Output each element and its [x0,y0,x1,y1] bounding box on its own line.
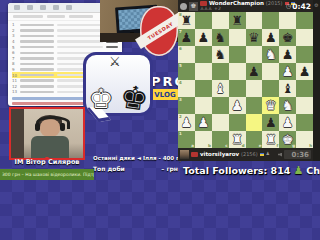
square-h4[interactable] [296,80,313,97]
square-g5[interactable]: ♟ [279,63,296,80]
tuesday-logo: TUESDAY [140,6,178,56]
row-name-bar [20,40,54,43]
square-e5[interactable]: ♟ [246,63,263,80]
settings-gear-icon[interactable]: ⚙ [314,2,318,8]
footer-line [12,97,86,100]
square-a4[interactable]: 4 [178,80,195,97]
square-d5[interactable] [229,63,246,80]
square-a7[interactable]: 7♟ [178,29,195,46]
sound-icon[interactable] [278,153,282,157]
square-c5[interactable] [212,63,229,80]
square-h8[interactable] [296,12,313,29]
top-of-day-label: Топ доби [93,165,125,172]
headphone-ear-left [35,123,40,131]
top-player-rating: (2015) [266,1,283,6]
square-c7[interactable]: ♞ [212,29,229,46]
row-mid-bar [57,35,103,38]
square-g6[interactable]: ♟ [279,46,296,63]
row-number: 13 [12,89,17,94]
bottom-player-avatar[interactable] [180,150,189,159]
piece-black-pawn[interactable]: ♟ [248,65,260,78]
rank-label: 5 [179,64,182,68]
row-name-bar [20,63,54,66]
row-mid-bar [57,40,103,43]
row-name-bar [20,52,54,55]
piece-black-pawn[interactable]: ♟ [299,65,311,78]
row-mid-bar [57,29,103,32]
row-number: 12 [12,84,17,89]
piece-white-pawn[interactable]: ♟ [231,99,243,112]
square-g2[interactable]: ♟ [279,114,296,131]
square-b2[interactable]: ♟ [195,114,212,131]
square-f4[interactable] [262,80,279,97]
square-d3[interactable]: ♟ [229,97,246,114]
piece-black-pawn[interactable]: ♟ [282,48,294,61]
piece-black-knight[interactable]: ♞ [214,31,226,44]
square-h3[interactable] [296,97,313,114]
title-badge [191,152,198,157]
row-score-bar [106,46,118,49]
square-e7[interactable]: ♛ [246,29,263,46]
top-player-avatar[interactable]: ♚ [189,2,198,11]
donation-ticker: 300 грн – На шахові відеоролики. Підтрим… [0,169,94,180]
square-h7[interactable] [296,29,313,46]
file-label: a [191,144,194,148]
last-donations-label: Останні дяки ◄ [93,155,141,161]
followers-count: Total Followers: 814 [183,165,290,176]
rank-label: 4 [179,81,182,85]
row-number: 4 [12,39,17,44]
bottom-player-clock: 0:36 [292,151,309,159]
vlog-badge: VLOG [151,89,179,100]
bottom-player-name: vitorsilyarov [200,152,239,158]
square-c1[interactable]: c [212,131,229,148]
row-name-bar [20,68,54,71]
toolbar-bar [47,15,65,18]
square-h1[interactable]: h [296,131,313,148]
timer-icon: ◷ [286,3,291,9]
wardrobe [11,109,24,158]
piece-white-rook[interactable]: ♜ [265,133,277,146]
square-b4[interactable] [195,80,212,97]
browser-tab[interactable] [53,5,59,10]
followers-bar: Total Followers: 814 ♟ Chess.com [183,161,320,180]
square-d1[interactable]: d♜ [229,131,246,148]
captured-pieces: ♙♙♙ [200,7,212,12]
square-g4[interactable]: ♝ [279,80,296,97]
top-player-clock: 0:42 [292,2,311,11]
row-name-bar [20,46,54,49]
square-b3[interactable] [195,97,212,114]
square-d6[interactable] [229,46,246,63]
piece-black-pawn[interactable]: ♟ [197,31,209,44]
square-f2[interactable]: ♟ [262,114,279,131]
square-b1[interactable]: b [195,131,212,148]
file-label: g [292,144,295,148]
row-number: 8 [12,61,17,66]
square-a3[interactable]: 3 [178,97,195,114]
file-label: d [242,144,245,148]
row-number: 2 [12,28,17,33]
piece-black-pawn[interactable]: ♟ [265,116,277,129]
file-label: c [225,144,227,148]
piece-white-pawn[interactable]: ♟ [181,116,193,129]
piece-white-bishop[interactable]: ♝ [214,82,226,95]
bottom-player-rating: (2156) [241,152,258,157]
square-g1[interactable]: g♚ [279,131,296,148]
square-h5[interactable]: ♟ [296,63,313,80]
square-h2[interactable] [296,114,313,131]
file-label: h [309,144,312,148]
bottom-player-bar: vitorsilyarov (2156) ♟ 0:36 [178,148,313,161]
square-f7[interactable]: ♟ [262,29,279,46]
chesscom-pawn-icon: ♟ [293,165,303,176]
piece-white-pawn[interactable]: ♟ [282,116,294,129]
rank-label: 2 [179,115,182,119]
row-number: 9 [12,67,17,72]
square-h6[interactable] [296,46,313,63]
streamer-name-label: ІМ Вітор Силяров [9,158,85,166]
square-b8[interactable] [195,12,212,29]
piece-black-rook[interactable]: ♜ [181,14,193,27]
browser-tab[interactable] [14,5,20,10]
captured-pieces: ♟ [266,152,270,157]
rank-label: 3 [179,98,182,102]
title-badge [200,1,207,6]
square-b7[interactable]: ♟ [195,29,212,46]
piece-black-pawn[interactable]: ♟ [181,31,193,44]
black-king-icon: ♚ [118,80,151,116]
streamer-torso [31,136,69,160]
square-f6[interactable]: ♞ [262,46,279,63]
material-advantage: +2 [214,7,221,12]
row-mid-bar [57,46,103,49]
square-g7[interactable]: ♚ [279,29,296,46]
webcam-video [9,107,85,160]
row-name-bar [20,91,54,94]
square-a8[interactable]: 8♜ [178,12,195,29]
square-e1[interactable]: e [246,131,263,148]
row-number: 7 [12,56,17,61]
square-a2[interactable]: 2♟ [178,114,195,131]
row-number: 3 [12,33,17,38]
rank-label: 8 [179,13,182,17]
square-f1[interactable]: f♜ [262,131,279,148]
crossed-swords-icon: ⚔ [109,54,121,69]
square-c3[interactable] [212,97,229,114]
headphone-ear-right [60,123,65,131]
row-name-bar [20,74,54,77]
square-e3[interactable] [246,97,263,114]
piece-black-king[interactable]: ♚ [282,31,294,44]
square-a6[interactable]: 6 [178,46,195,63]
square-g3[interactable]: ♞ [279,97,296,114]
file-label: e [259,144,262,148]
row-number: 10 [12,73,17,78]
rank-label: 6 [179,47,182,51]
square-d2[interactable] [229,114,246,131]
file-label: b [208,144,211,148]
row-name-bar [20,29,54,32]
square-f5[interactable] [262,63,279,80]
row-name-bar [20,85,54,88]
chess-vlog-logo: ♚ ♚ ⚔ [83,52,153,116]
square-f3[interactable]: ♛ [262,97,279,114]
white-king-icon: ♚ [89,85,113,112]
square-c6[interactable]: ♞ [212,46,229,63]
square-a5[interactable]: 5 [178,63,195,80]
square-e6[interactable] [246,46,263,63]
chess-app: ♚ WonderChampion (2015) ♙♙♙ +2 ◷ 0:42 8♜… [178,0,320,161]
square-a1[interactable]: 1a [178,131,195,148]
toolbar-bar [13,15,43,18]
toolbar-bar [69,15,93,18]
donations-panel: Останні дяки ◄ Ілля - 400 грн Топ доби –… [93,155,178,172]
piece-black-pawn[interactable]: ♟ [265,31,277,44]
rank-label: 7 [179,30,182,34]
square-e2[interactable] [246,114,263,131]
top-of-day-value: – грн [161,165,178,172]
row-name-bar [20,35,54,38]
row-number: 1 [12,22,17,27]
square-e8[interactable] [246,12,263,29]
back-icon[interactable] [180,3,187,10]
rank-label: 1 [179,132,182,136]
square-c8[interactable] [212,12,229,29]
browser-tab[interactable] [40,5,46,10]
browser-tab[interactable] [27,5,33,10]
chesscom-logo-text: Chess [306,165,320,176]
bottom-player-clock-box: 0:36 [284,150,311,159]
piece-black-knight[interactable]: ♞ [214,48,226,61]
piece-white-queen[interactable]: ♛ [265,99,277,112]
piece-black-rook[interactable]: ♜ [231,14,243,27]
row-mid-bar [57,24,103,27]
app-side-strip [313,0,320,161]
row-number: 6 [12,50,17,55]
square-d4[interactable] [229,80,246,97]
row-number: 5 [12,45,17,50]
browser-tab[interactable] [66,5,72,10]
piece-white-pawn[interactable]: ♟ [282,65,294,78]
square-b6[interactable] [195,46,212,63]
file-label: f [277,144,279,148]
square-b5[interactable] [195,63,212,80]
top-player-bar: ♚ WonderChampion (2015) ♙♙♙ +2 ◷ 0:42 [178,0,313,12]
square-d7[interactable] [229,29,246,46]
square-f8[interactable] [262,12,279,29]
piece-white-knight[interactable]: ♞ [265,48,277,61]
square-c4[interactable]: ♝ [212,80,229,97]
piece-white-knight[interactable]: ♞ [282,99,294,112]
square-e4[interactable] [246,80,263,97]
piece-white-pawn[interactable]: ♟ [197,116,209,129]
piece-black-queen[interactable]: ♛ [248,31,260,44]
row-name-bar [20,57,54,60]
piece-black-bishop[interactable]: ♝ [282,82,294,95]
row-name-bar [20,24,54,27]
square-g8[interactable] [279,12,296,29]
row-number: 11 [12,78,17,83]
chess-board: 8♜♜7♟♟♞♛♟♚6♞♞♟5♟♟♟4♝♝3♟♛♞2♟♟♟♟1abcd♜ef♜g… [178,12,313,148]
flag-icon [260,153,264,156]
row-name-bar [20,79,54,82]
square-d8[interactable]: ♜ [229,12,246,29]
square-c2[interactable] [212,114,229,131]
